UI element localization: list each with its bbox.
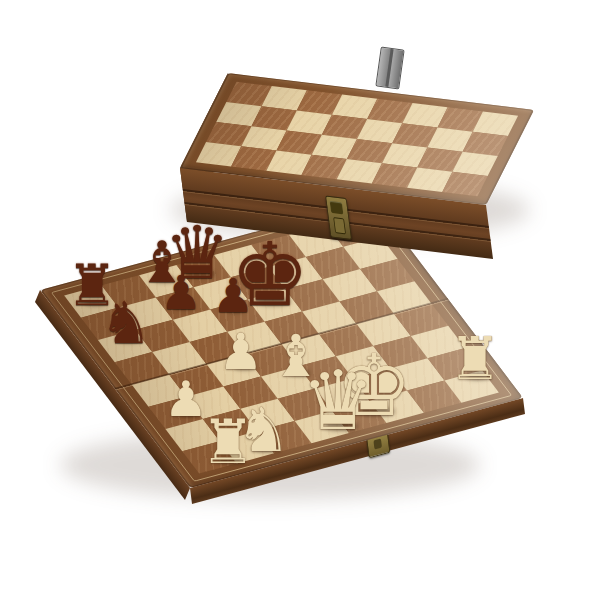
piece-shadow-b1 (218, 457, 244, 464)
piece-shadow-c7 (174, 305, 194, 310)
closed-box-hinge (375, 47, 404, 90)
piece-shadow-e1 (359, 407, 395, 416)
piece-shadow-d1 (324, 422, 358, 431)
product-photo-scene: ♜♝♛♟♞♟♚♟♝♟♜♞♛♚♜ (0, 0, 600, 600)
piece-shadow-a3 (179, 412, 200, 417)
piece-shadow-h1 (466, 373, 491, 379)
piece-shadow-c4 (234, 365, 255, 371)
closed-box-clasp (325, 195, 352, 240)
piece-shadow-d6 (226, 308, 246, 313)
piece-shadow-c1 (253, 445, 279, 452)
